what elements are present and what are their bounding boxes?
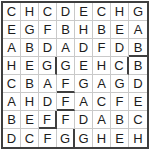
grid-cell-r6c6[interactable]: C xyxy=(93,93,111,111)
grid-cell-r5c7[interactable]: G xyxy=(111,75,129,93)
grid-cell-r2c5[interactable]: H xyxy=(75,21,93,39)
grid-cell-r2c4[interactable]: B xyxy=(57,21,75,39)
grid-cell-r3c5[interactable]: D xyxy=(75,39,93,57)
grid-cell-r5c8[interactable]: D xyxy=(129,75,147,93)
grid-cell-r1c8[interactable]: G xyxy=(129,3,147,21)
grid-cell-r4c1[interactable]: H xyxy=(3,57,21,75)
grid-cell-r8c2[interactable]: C xyxy=(21,129,39,147)
grid-cell-r1c6[interactable]: C xyxy=(93,3,111,21)
grid-cell-r2c1[interactable]: E xyxy=(3,21,21,39)
grid-cell-r1c7[interactable]: H xyxy=(111,3,129,21)
grid-cell-r4c4[interactable]: G xyxy=(57,57,75,75)
grid-cell-r5c6[interactable]: A xyxy=(93,75,111,93)
grid-cell-r8c7[interactable]: E xyxy=(111,129,129,147)
grid-cell-r1c4[interactable]: D xyxy=(57,3,75,21)
grid-cell-r7c4[interactable]: F xyxy=(57,111,75,129)
grid-cell-r8c6[interactable]: H xyxy=(93,129,111,147)
grid-cell-r3c2[interactable]: B xyxy=(21,39,39,57)
grid-cell-r6c3[interactable]: D xyxy=(39,93,57,111)
grid-cell-r6c4[interactable]: F xyxy=(57,93,75,111)
grid-cell-r3c7[interactable]: D xyxy=(111,39,129,57)
grid-cell-r7c7[interactable]: B xyxy=(111,111,129,129)
grid-cell-r8c4[interactable]: G xyxy=(57,129,75,147)
grid-cell-r7c8[interactable]: C xyxy=(129,111,147,129)
grid-cell-r6c1[interactable]: A xyxy=(3,93,21,111)
grid-cell-r2c2[interactable]: G xyxy=(21,21,39,39)
grid-cell-r4c8[interactable]: B xyxy=(129,57,147,75)
grid-cell-r3c3[interactable]: D xyxy=(39,39,57,57)
grid-cell-r4c7[interactable]: C xyxy=(111,57,129,75)
grid-cell-r7c3[interactable]: F xyxy=(39,111,57,129)
grid-cell-r1c1[interactable]: C xyxy=(3,3,21,21)
grid-cell-r2c3[interactable]: F xyxy=(39,21,57,39)
grid-cell-r8c3[interactable]: F xyxy=(39,129,57,147)
grid-cell-r8c8[interactable]: H xyxy=(129,129,147,147)
grid-cell-r4c3[interactable]: G xyxy=(39,57,57,75)
grid-cell-r8c1[interactable]: D xyxy=(3,129,21,147)
grid-cell-r5c2[interactable]: B xyxy=(21,75,39,93)
grid-cell-r4c6[interactable]: H xyxy=(93,57,111,75)
word-search-board: CHCDECHGEGFBHBEAABDADFDBHEGGEHCBCBAFGAGD… xyxy=(1,1,149,149)
grid-cell-r2c8[interactable]: A xyxy=(129,21,147,39)
grid-cell-r4c5[interactable]: E xyxy=(75,57,93,75)
grid-cell-r6c5[interactable]: A xyxy=(75,93,93,111)
puzzle-board-wrapper: CHCDECHGEGFBHBEAABDADFDBHEGGEHCBCBAFGAGD… xyxy=(0,0,150,150)
grid-cell-r6c8[interactable]: E xyxy=(129,93,147,111)
grid-cell-r5c5[interactable]: G xyxy=(75,75,93,93)
grid-cell-r6c7[interactable]: F xyxy=(111,93,129,111)
grid-cell-r1c3[interactable]: C xyxy=(39,3,57,21)
grid-cell-r1c2[interactable]: H xyxy=(21,3,39,21)
grid-cell-r3c4[interactable]: A xyxy=(57,39,75,57)
grid-cell-r7c1[interactable]: B xyxy=(3,111,21,129)
grid-cell-r7c5[interactable]: D xyxy=(75,111,93,129)
grid-cell-r4c2[interactable]: E xyxy=(21,57,39,75)
grid-cell-r3c1[interactable]: A xyxy=(3,39,21,57)
grid-cell-r3c6[interactable]: F xyxy=(93,39,111,57)
grid-cell-r5c4[interactable]: F xyxy=(57,75,75,93)
grid-cell-r2c7[interactable]: E xyxy=(111,21,129,39)
grid-cell-r5c1[interactable]: C xyxy=(3,75,21,93)
grid-cell-r3c8[interactable]: B xyxy=(129,39,147,57)
grid-cell-r6c2[interactable]: H xyxy=(21,93,39,111)
grid-cell-r8c5[interactable]: G xyxy=(75,129,93,147)
grid-cell-r5c3[interactable]: A xyxy=(39,75,57,93)
grid-cell-r7c6[interactable]: A xyxy=(93,111,111,129)
grid-cell-r2c6[interactable]: B xyxy=(93,21,111,39)
grid-cell-r7c2[interactable]: E xyxy=(21,111,39,129)
grid-cell-r1c5[interactable]: E xyxy=(75,3,93,21)
